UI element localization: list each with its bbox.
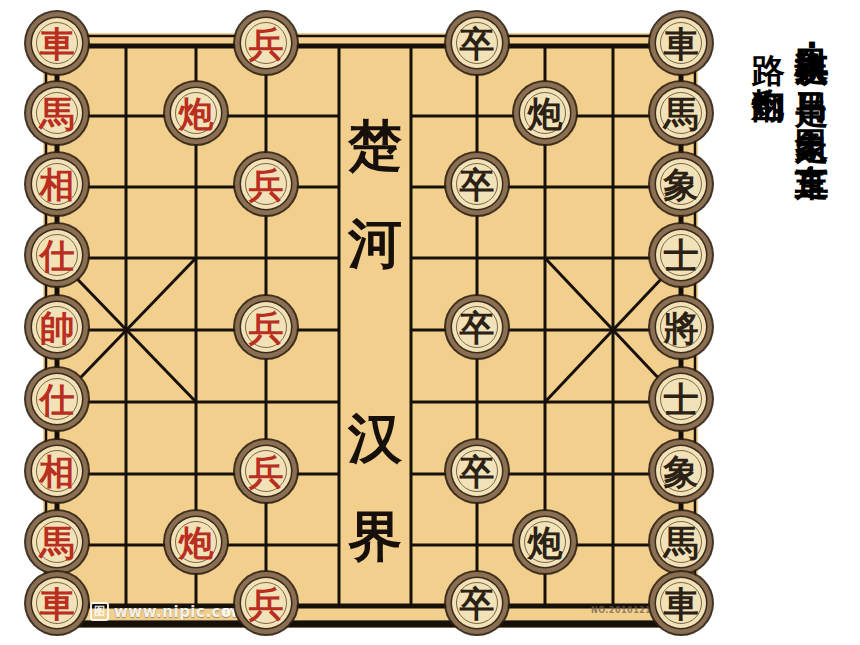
- piece-red-soldier[interactable]: 兵: [235, 153, 297, 215]
- piece-glyph: 馬: [40, 525, 75, 560]
- piece-glyph: 馬: [664, 525, 699, 560]
- piece-red-elephant[interactable]: 相: [26, 153, 88, 215]
- piece-red-advisor[interactable]: 仕: [26, 368, 88, 430]
- piece-glyph: 炮: [179, 525, 214, 560]
- piece-glyph: 兵: [249, 454, 284, 489]
- piece-glyph: 卒: [460, 454, 495, 489]
- piece-black-cannon[interactable]: 炮: [514, 82, 576, 144]
- piece-glyph: 車: [664, 26, 699, 61]
- piece-red-cannon[interactable]: 炮: [165, 511, 227, 573]
- piece-black-elephant[interactable]: 象: [650, 153, 712, 215]
- piece-black-chariot[interactable]: 車: [650, 12, 712, 74]
- piece-glyph: 士: [664, 382, 699, 417]
- piece-glyph: 仕: [40, 382, 75, 417]
- piece-glyph: 炮: [528, 525, 563, 560]
- piece-glyph: 車: [40, 26, 75, 61]
- piece-black-horse[interactable]: 馬: [650, 82, 712, 144]
- piece-red-chariot[interactable]: 車: [26, 572, 88, 634]
- piece-red-soldier[interactable]: 兵: [235, 12, 297, 74]
- piece-red-cannon[interactable]: 炮: [165, 82, 227, 144]
- piece-black-cannon[interactable]: 炮: [514, 511, 576, 573]
- piece-glyph: 車: [664, 586, 699, 621]
- xiangqi-wallpaper: 楚 河 汉 界 車馬相仕帥仕相馬車炮炮兵兵兵兵兵卒卒卒卒卒炮炮車馬象士將士象馬車…: [0, 0, 860, 645]
- piece-glyph: 象: [664, 454, 699, 489]
- piece-black-soldier[interactable]: 卒: [446, 440, 508, 502]
- piece-black-horse[interactable]: 馬: [650, 511, 712, 573]
- piece-red-horse[interactable]: 馬: [26, 82, 88, 144]
- piece-glyph: 馬: [40, 96, 75, 131]
- piece-glyph: 兵: [249, 26, 284, 61]
- piece-red-soldier[interactable]: 兵: [235, 440, 297, 502]
- piece-red-horse[interactable]: 馬: [26, 511, 88, 573]
- piece-red-soldier[interactable]: 兵: [235, 572, 297, 634]
- piece-black-soldier[interactable]: 卒: [446, 153, 508, 215]
- piece-glyph: 帥: [40, 310, 75, 345]
- piece-glyph: 兵: [249, 586, 284, 621]
- piece-red-soldier[interactable]: 兵: [235, 296, 297, 358]
- piece-red-chariot[interactable]: 車: [26, 12, 88, 74]
- piece-glyph: 兵: [249, 167, 284, 202]
- piece-red-advisor[interactable]: 仕: [26, 224, 88, 286]
- piece-black-soldier[interactable]: 卒: [446, 296, 508, 358]
- pieces-layer: 車馬相仕帥仕相馬車炮炮兵兵兵兵兵卒卒卒卒卒炮炮車馬象士將士象馬車: [0, 0, 860, 645]
- piece-glyph: 炮: [528, 96, 563, 131]
- piece-red-elephant[interactable]: 相: [26, 440, 88, 502]
- piece-black-elephant[interactable]: 象: [650, 440, 712, 502]
- piece-glyph: 馬: [664, 96, 699, 131]
- piece-glyph: 卒: [460, 586, 495, 621]
- piece-glyph: 仕: [40, 238, 75, 273]
- piece-glyph: 相: [40, 454, 75, 489]
- piece-glyph: 炮: [179, 96, 214, 131]
- piece-glyph: 兵: [249, 310, 284, 345]
- piece-black-chariot[interactable]: 車: [650, 572, 712, 634]
- piece-glyph: 車: [40, 586, 75, 621]
- piece-glyph: 卒: [460, 26, 495, 61]
- piece-red-general[interactable]: 帥: [26, 296, 88, 358]
- piece-glyph: 將: [664, 310, 699, 345]
- piece-black-soldier[interactable]: 卒: [446, 572, 508, 634]
- piece-glyph: 象: [664, 167, 699, 202]
- piece-black-advisor[interactable]: 士: [650, 368, 712, 430]
- piece-glyph: 相: [40, 167, 75, 202]
- piece-glyph: 卒: [460, 310, 495, 345]
- piece-black-general[interactable]: 將: [650, 296, 712, 358]
- piece-glyph: 卒: [460, 167, 495, 202]
- piece-glyph: 士: [664, 238, 699, 273]
- piece-black-advisor[interactable]: 士: [650, 224, 712, 286]
- piece-black-soldier[interactable]: 卒: [446, 12, 508, 74]
